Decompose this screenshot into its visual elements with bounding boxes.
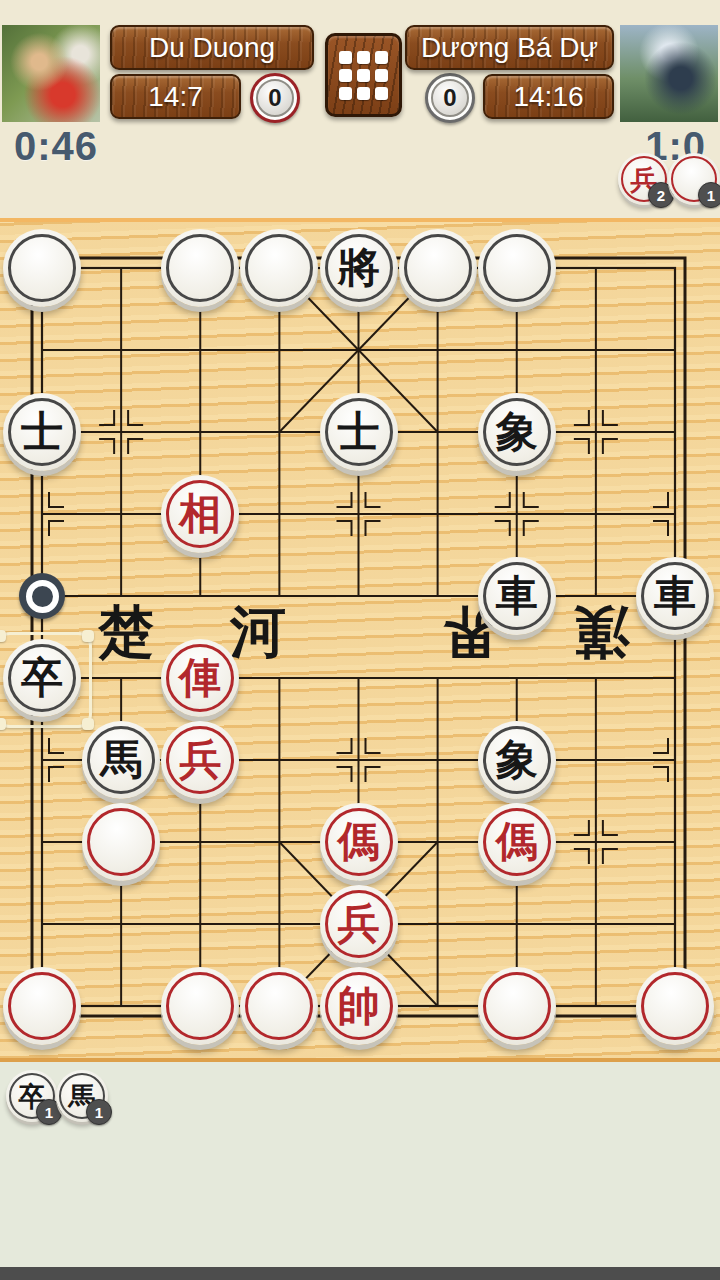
piece-red-hidden[interactable] [240, 967, 318, 1045]
piece-red-傌[interactable]: 傌 [320, 803, 398, 881]
left-clock: 0:46 [14, 124, 98, 169]
right-player-name: Dương Bá Dự [421, 32, 598, 64]
last-move-origin-marker [19, 573, 65, 619]
captured-piece-馬: 馬1 [56, 1070, 108, 1122]
xiangqi-board[interactable]: 楚 河 漢 界 將士士象相車車卒俥馬兵象傌傌兵帥 [0, 218, 720, 1062]
piece-black-車[interactable]: 車 [478, 557, 556, 635]
captured-count: 1 [86, 1099, 112, 1125]
piece-red-相[interactable]: 相 [161, 475, 239, 553]
captured-tray-top-right: 兵21 [618, 153, 718, 205]
grid-menu-icon [339, 51, 388, 100]
piece-red-傌[interactable]: 傌 [478, 803, 556, 881]
piece-red-兵[interactable]: 兵 [161, 721, 239, 799]
piece-black-hidden[interactable] [161, 229, 239, 307]
piece-black-士[interactable]: 士 [3, 393, 81, 471]
right-player-time-plank: 14:16 [483, 74, 614, 119]
piece-red-hidden[interactable] [3, 967, 81, 1045]
left-player-avatar[interactable] [2, 25, 100, 122]
piece-red-hidden[interactable] [478, 967, 556, 1045]
piece-black-hidden[interactable] [3, 229, 81, 307]
piece-red-hidden[interactable] [82, 803, 160, 881]
right-player-avatar[interactable] [620, 25, 718, 122]
piece-black-馬[interactable]: 馬 [82, 721, 160, 799]
piece-black-士[interactable]: 士 [320, 393, 398, 471]
piece-black-象[interactable]: 象 [478, 393, 556, 471]
piece-black-車[interactable]: 車 [636, 557, 714, 635]
piece-black-hidden[interactable] [399, 229, 477, 307]
piece-red-俥[interactable]: 俥 [161, 639, 239, 717]
piece-black-卒[interactable]: 卒 [3, 639, 81, 717]
left-player-name-plank: Du Duong [110, 25, 314, 70]
piece-black-象[interactable]: 象 [478, 721, 556, 799]
captured-tray-bottom-left: 卒1馬1 [6, 1070, 106, 1122]
right-player-name-plank: Dương Bá Dự [405, 25, 614, 70]
header: Du Duong 14:7 0 0 14:16 Dương Bá Dự 0:46… [0, 0, 720, 218]
right-player-time: 14:16 [513, 81, 583, 113]
system-navigation-bar [0, 1267, 720, 1280]
piece-black-將[interactable]: 將 [320, 229, 398, 307]
captured-piece-hidden: 1 [668, 153, 720, 205]
left-player-time: 14:7 [148, 81, 203, 113]
piece-red-兵[interactable]: 兵 [320, 885, 398, 963]
piece-red-hidden[interactable] [161, 967, 239, 1045]
right-player-score: 0 [431, 79, 469, 117]
captured-count: 1 [698, 182, 720, 208]
piece-black-hidden[interactable] [478, 229, 556, 307]
captured-piece-兵: 兵2 [618, 153, 670, 205]
left-player-score: 0 [256, 79, 294, 117]
menu-button[interactable] [325, 33, 402, 117]
right-player-score-badge: 0 [425, 73, 475, 123]
piece-red-hidden[interactable] [636, 967, 714, 1045]
captured-piece-卒: 卒1 [6, 1070, 58, 1122]
piece-red-帥[interactable]: 帥 [320, 967, 398, 1045]
piece-black-hidden[interactable] [240, 229, 318, 307]
left-player-score-badge: 0 [250, 73, 300, 123]
left-player-name: Du Duong [149, 32, 275, 64]
left-player-time-plank: 14:7 [110, 74, 241, 119]
